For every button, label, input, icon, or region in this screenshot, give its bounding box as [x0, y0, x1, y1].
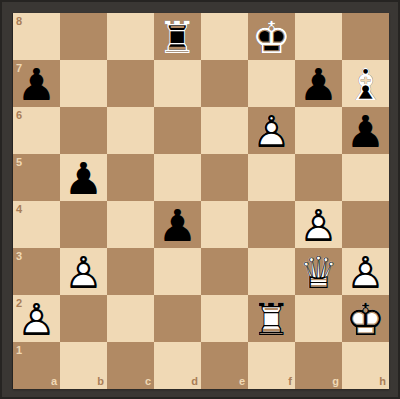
- square-e7[interactable]: [201, 60, 248, 107]
- piece-white-pawn[interactable]: ♟♙: [60, 248, 107, 295]
- square-d5[interactable]: [154, 154, 201, 201]
- square-g4[interactable]: ♟♙: [295, 201, 342, 248]
- square-a6[interactable]: 6: [13, 107, 60, 154]
- square-c7[interactable]: [107, 60, 154, 107]
- square-b2[interactable]: [60, 295, 107, 342]
- white-rook-outline: ♖: [248, 295, 295, 342]
- file-label-f: f: [288, 376, 292, 387]
- rank-label-1: 1: [16, 345, 22, 356]
- white-pawn-outline: ♙: [342, 248, 389, 295]
- square-b6[interactable]: [60, 107, 107, 154]
- square-d6[interactable]: [154, 107, 201, 154]
- black-king-outline: ♔: [248, 13, 295, 60]
- piece-black-bishop[interactable]: ♝♗: [342, 60, 389, 107]
- square-b7[interactable]: [60, 60, 107, 107]
- black-pawn-glyph: ♟: [60, 154, 107, 201]
- chess-board: 8♜♖♚♔7♟♟♝♗6♟♙♟5♟4♟♟♙3♟♙♛♕♟♙2♟♙♜♖♚♔1abcde…: [13, 13, 389, 389]
- square-c5[interactable]: [107, 154, 154, 201]
- square-a2[interactable]: 2♟♙: [13, 295, 60, 342]
- square-f2[interactable]: ♜♖: [248, 295, 295, 342]
- square-e1[interactable]: e: [201, 342, 248, 389]
- square-a4[interactable]: 4: [13, 201, 60, 248]
- square-b3[interactable]: ♟♙: [60, 248, 107, 295]
- file-label-d: d: [191, 376, 198, 387]
- piece-white-pawn[interactable]: ♟♙: [295, 201, 342, 248]
- square-d3[interactable]: [154, 248, 201, 295]
- square-g6[interactable]: [295, 107, 342, 154]
- rank-label-5: 5: [16, 157, 22, 168]
- black-pawn-glyph: ♟: [13, 60, 60, 107]
- rank-label-8: 8: [16, 16, 22, 27]
- square-e6[interactable]: [201, 107, 248, 154]
- square-h5[interactable]: [342, 154, 389, 201]
- square-g3[interactable]: ♛♕: [295, 248, 342, 295]
- piece-white-pawn[interactable]: ♟♙: [13, 295, 60, 342]
- black-pawn-glyph: ♟: [295, 60, 342, 107]
- square-d4[interactable]: ♟: [154, 201, 201, 248]
- square-h6[interactable]: ♟: [342, 107, 389, 154]
- square-h2[interactable]: ♚♔: [342, 295, 389, 342]
- white-pawn-outline: ♙: [60, 248, 107, 295]
- square-g5[interactable]: [295, 154, 342, 201]
- square-e3[interactable]: [201, 248, 248, 295]
- square-e2[interactable]: [201, 295, 248, 342]
- square-f5[interactable]: [248, 154, 295, 201]
- square-d2[interactable]: [154, 295, 201, 342]
- square-h7[interactable]: ♝♗: [342, 60, 389, 107]
- rank-label-3: 3: [16, 251, 22, 262]
- square-a5[interactable]: 5: [13, 154, 60, 201]
- square-h4[interactable]: [342, 201, 389, 248]
- square-c8[interactable]: [107, 13, 154, 60]
- app-background: 8♜♖♚♔7♟♟♝♗6♟♙♟5♟4♟♟♙3♟♙♛♕♟♙2♟♙♜♖♚♔1abcde…: [0, 0, 400, 399]
- square-f7[interactable]: [248, 60, 295, 107]
- square-c4[interactable]: [107, 201, 154, 248]
- square-f8[interactable]: ♚♔: [248, 13, 295, 60]
- piece-black-rook[interactable]: ♜♖: [154, 13, 201, 60]
- rank-label-4: 4: [16, 204, 22, 215]
- black-pawn-glyph: ♟: [154, 201, 201, 248]
- square-d7[interactable]: [154, 60, 201, 107]
- square-f6[interactable]: ♟♙: [248, 107, 295, 154]
- square-f1[interactable]: f: [248, 342, 295, 389]
- square-b1[interactable]: b: [60, 342, 107, 389]
- square-h3[interactable]: ♟♙: [342, 248, 389, 295]
- white-pawn-outline: ♙: [13, 295, 60, 342]
- square-a1[interactable]: 1a: [13, 342, 60, 389]
- piece-black-pawn[interactable]: ♟: [342, 107, 389, 154]
- square-d8[interactable]: ♜♖: [154, 13, 201, 60]
- rank-label-6: 6: [16, 110, 22, 121]
- square-e5[interactable]: [201, 154, 248, 201]
- square-c6[interactable]: [107, 107, 154, 154]
- white-king-outline: ♔: [342, 295, 389, 342]
- square-c3[interactable]: [107, 248, 154, 295]
- square-a8[interactable]: 8: [13, 13, 60, 60]
- piece-black-pawn[interactable]: ♟: [295, 60, 342, 107]
- piece-white-rook[interactable]: ♜♖: [248, 295, 295, 342]
- file-label-e: e: [239, 376, 245, 387]
- square-c1[interactable]: c: [107, 342, 154, 389]
- piece-black-pawn[interactable]: ♟: [154, 201, 201, 248]
- square-a7[interactable]: 7♟: [13, 60, 60, 107]
- white-pawn-outline: ♙: [295, 201, 342, 248]
- square-f4[interactable]: [248, 201, 295, 248]
- file-label-c: c: [145, 376, 151, 387]
- piece-black-king[interactable]: ♚♔: [248, 13, 295, 60]
- piece-white-queen[interactable]: ♛♕: [295, 248, 342, 295]
- black-pawn-glyph: ♟: [342, 107, 389, 154]
- piece-black-pawn[interactable]: ♟: [13, 60, 60, 107]
- white-queen-outline: ♕: [295, 248, 342, 295]
- square-g1[interactable]: g: [295, 342, 342, 389]
- square-f3[interactable]: [248, 248, 295, 295]
- square-c2[interactable]: [107, 295, 154, 342]
- square-d1[interactable]: d: [154, 342, 201, 389]
- square-b5[interactable]: ♟: [60, 154, 107, 201]
- square-b4[interactable]: [60, 201, 107, 248]
- square-b8[interactable]: [60, 13, 107, 60]
- file-label-a: a: [51, 376, 57, 387]
- square-e8[interactable]: [201, 13, 248, 60]
- square-g8[interactable]: [295, 13, 342, 60]
- piece-white-pawn[interactable]: ♟♙: [342, 248, 389, 295]
- square-g2[interactable]: [295, 295, 342, 342]
- square-h1[interactable]: h: [342, 342, 389, 389]
- square-h8[interactable]: [342, 13, 389, 60]
- piece-black-pawn[interactable]: ♟: [60, 154, 107, 201]
- square-g7[interactable]: ♟: [295, 60, 342, 107]
- file-label-h: h: [379, 376, 386, 387]
- white-pawn-outline: ♙: [248, 107, 295, 154]
- file-label-g: g: [332, 376, 339, 387]
- file-label-b: b: [97, 376, 104, 387]
- black-rook-outline: ♖: [154, 13, 201, 60]
- piece-white-king[interactable]: ♚♔: [342, 295, 389, 342]
- piece-white-pawn[interactable]: ♟♙: [248, 107, 295, 154]
- square-e4[interactable]: [201, 201, 248, 248]
- black-bishop-outline: ♗: [342, 60, 389, 107]
- square-a3[interactable]: 3: [13, 248, 60, 295]
